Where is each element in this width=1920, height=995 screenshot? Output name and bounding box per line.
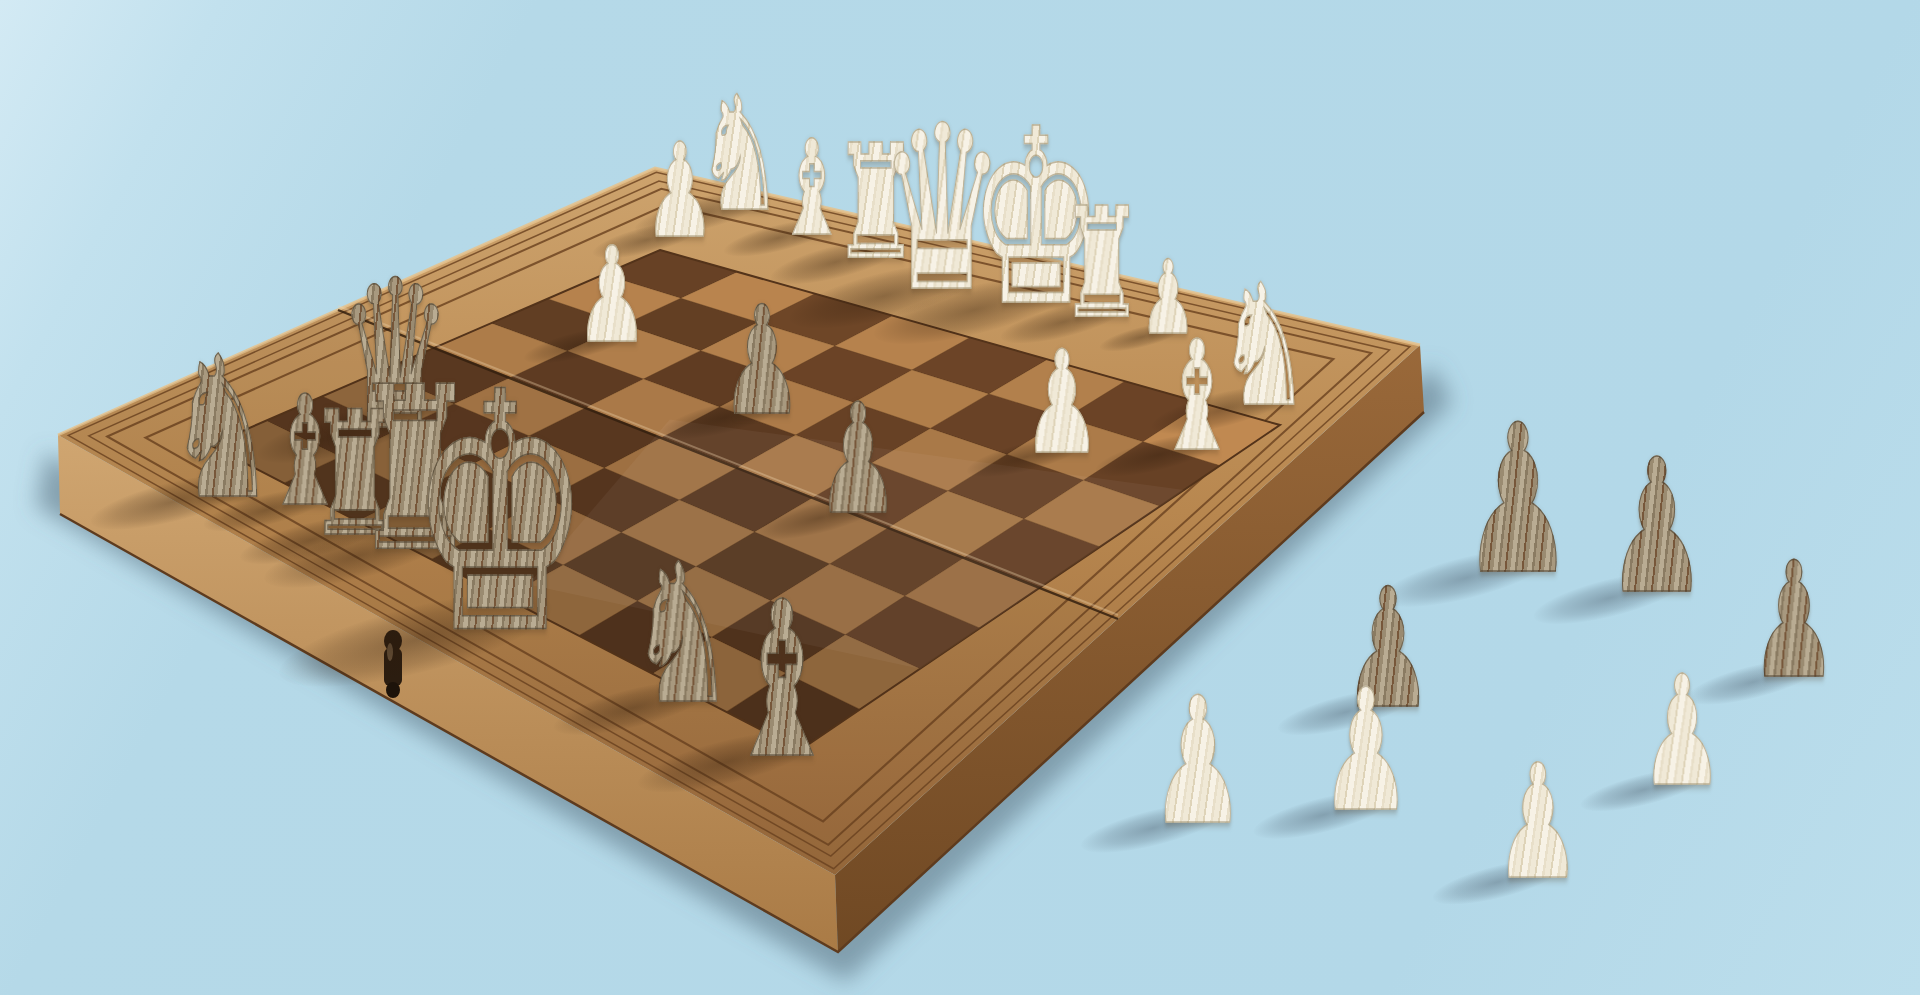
white-bishop-h3[interactable]: ♝ bbox=[1155, 321, 1239, 473]
gray-king-f8[interactable]: ♚ bbox=[408, 350, 591, 680]
white-pawn-loose[interactable]: ♟ bbox=[1494, 743, 1582, 901]
pieces-layer: ♞♝♟♜♛♚♜♟♟♞♟♛♝♟♞♝♟♜♜♟♟♚♟♞♟♝♟♟♟♟ bbox=[0, 0, 1920, 995]
white-pawn-loose[interactable]: ♟ bbox=[1319, 667, 1412, 835]
gray-knight-g7[interactable]: ♞ bbox=[629, 539, 736, 731]
white-pawn-loose[interactable]: ♟ bbox=[1149, 674, 1246, 849]
gray-bishop-h7[interactable]: ♝ bbox=[722, 573, 842, 788]
white-rook-g1[interactable]: ♜ bbox=[1060, 188, 1144, 340]
gray-pawn-loose[interactable]: ♟ bbox=[1461, 398, 1575, 603]
gray-pawn-d3[interactable]: ♟ bbox=[720, 286, 803, 436]
white-pawn-a1[interactable]: ♟ bbox=[644, 126, 716, 256]
white-pawn-loose[interactable]: ♟ bbox=[1640, 656, 1724, 808]
gray-pawn-loose[interactable]: ♟ bbox=[1750, 541, 1839, 701]
gray-pawn-loose[interactable]: ♟ bbox=[1606, 435, 1709, 620]
gray-pawn-f4[interactable]: ♟ bbox=[816, 384, 900, 536]
white-pawn-g2[interactable]: ♟ bbox=[1023, 332, 1102, 474]
scene: ♞♝♟♜♛♚♜♟♟♞♟♛♝♟♞♝♟♜♜♟♟♚♟♞♟♝♟♟♟♟ bbox=[0, 0, 1920, 995]
